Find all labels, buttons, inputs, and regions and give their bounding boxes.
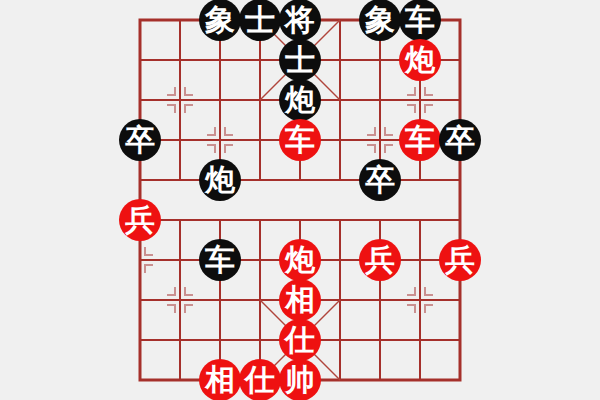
piece-black-general[interactable]: 将 bbox=[279, 0, 321, 41]
xiangqi-board: 象士将象车士炮炮卒车车卒炮卒兵车炮兵兵相仕相仕帅 bbox=[0, 0, 600, 400]
piece-red-soldier[interactable]: 兵 bbox=[359, 239, 401, 281]
piece-red-cannon[interactable]: 炮 bbox=[399, 39, 441, 81]
piece-black-chariot[interactable]: 车 bbox=[199, 239, 241, 281]
piece-layer[interactable]: 象士将象车士炮炮卒车车卒炮卒兵车炮兵兵相仕相仕帅 bbox=[120, 0, 480, 400]
piece-red-chariot[interactable]: 车 bbox=[279, 119, 321, 161]
piece-black-soldier[interactable]: 卒 bbox=[359, 159, 401, 201]
piece-red-elephant[interactable]: 相 bbox=[199, 359, 241, 400]
piece-black-cannon[interactable]: 炮 bbox=[279, 79, 321, 121]
piece-black-soldier[interactable]: 卒 bbox=[439, 119, 481, 161]
piece-red-cannon[interactable]: 炮 bbox=[279, 239, 321, 281]
piece-red-king[interactable]: 帅 bbox=[279, 359, 321, 400]
piece-black-cannon[interactable]: 炮 bbox=[199, 159, 241, 201]
piece-red-elephant[interactable]: 相 bbox=[279, 279, 321, 321]
piece-red-advisor[interactable]: 仕 bbox=[239, 359, 281, 400]
piece-red-advisor[interactable]: 仕 bbox=[279, 319, 321, 361]
piece-black-advisor[interactable]: 士 bbox=[279, 39, 321, 81]
piece-black-elephant[interactable]: 象 bbox=[199, 0, 241, 41]
piece-black-chariot[interactable]: 车 bbox=[399, 0, 441, 41]
piece-black-elephant[interactable]: 象 bbox=[359, 0, 401, 41]
piece-red-soldier[interactable]: 兵 bbox=[439, 239, 481, 281]
piece-black-soldier[interactable]: 卒 bbox=[119, 119, 161, 161]
piece-red-chariot[interactable]: 车 bbox=[399, 119, 441, 161]
piece-red-soldier[interactable]: 兵 bbox=[119, 199, 161, 241]
piece-black-advisor[interactable]: 士 bbox=[239, 0, 281, 41]
